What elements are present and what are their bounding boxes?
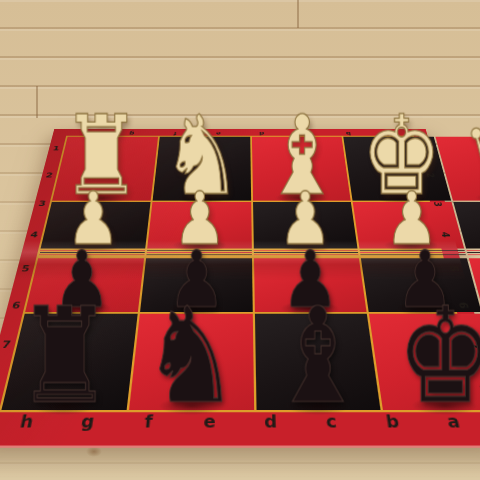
file-label: h bbox=[0, 412, 59, 445]
black-bishop: ♝ bbox=[270, 293, 367, 418]
square-e8: ♚ bbox=[369, 314, 480, 410]
rank-label: 3 bbox=[416, 199, 461, 210]
file-label: g bbox=[53, 412, 119, 445]
square-d5 bbox=[468, 254, 480, 255]
file-labels-bottom: hgfedcba bbox=[0, 407, 480, 446]
file-label: b bbox=[361, 412, 427, 445]
file-labels-top: hgfedcba bbox=[66, 129, 414, 136]
square-d6 bbox=[468, 256, 480, 257]
file-label: c bbox=[283, 129, 327, 136]
file-label: c bbox=[300, 412, 364, 445]
chessboard: hgfedcba ♜♞♝♚♛♝♞♜♟♟♟♟♟♟♟♟♟♟♟♟♟♟♟♟♜♞♝♚♛♝♞… bbox=[0, 129, 480, 448]
square-d4 bbox=[467, 252, 480, 253]
rank-label: 1 bbox=[403, 144, 444, 153]
square-f8: ♝ bbox=[254, 314, 381, 410]
square-g8: ♞ bbox=[129, 314, 254, 410]
plank-seam bbox=[36, 86, 38, 118]
black-rook: ♜ bbox=[16, 293, 113, 418]
photo-scene: hgfedcba ♜♞♝♚♛♝♞♜♟♟♟♟♟♟♟♟♟♟♟♟♟♟♟♟♜♞♝♚♛♝♞… bbox=[0, 0, 480, 480]
black-king: ♚ bbox=[397, 293, 480, 418]
square-d3 bbox=[467, 250, 480, 251]
file-label: a bbox=[421, 412, 480, 445]
file-label: b bbox=[326, 129, 370, 136]
board-grid: ♜♞♝♚♛♝♞♜♟♟♟♟♟♟♟♟♟♟♟♟♟♟♟♟♜♞♝♚♛♝♞♜ bbox=[0, 136, 480, 413]
file-label: f bbox=[115, 412, 179, 445]
file-label: h bbox=[66, 129, 111, 136]
file-label: d bbox=[240, 412, 302, 445]
file-label: g bbox=[110, 129, 154, 136]
white-queen: ♛ bbox=[462, 104, 480, 208]
rank-label: 2 bbox=[409, 170, 452, 180]
file-label: e bbox=[197, 129, 240, 136]
file-label: a bbox=[369, 129, 414, 136]
black-knight: ♞ bbox=[143, 293, 240, 418]
file-label: d bbox=[240, 129, 283, 136]
square-h8: ♜ bbox=[1, 314, 137, 410]
file-label: f bbox=[153, 129, 197, 136]
plank-seam bbox=[297, 0, 299, 28]
file-label: e bbox=[178, 412, 240, 445]
